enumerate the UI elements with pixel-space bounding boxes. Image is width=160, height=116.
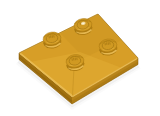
photo-canvas <box>0 0 160 116</box>
lego-plate-photo <box>0 0 160 116</box>
